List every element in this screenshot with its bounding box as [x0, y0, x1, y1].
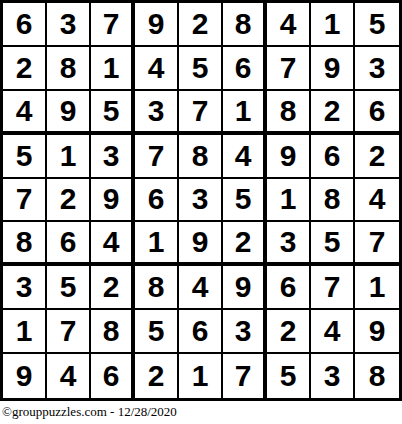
cell-r2c9: 3	[355, 47, 399, 91]
cell-r3c3: 5	[91, 91, 135, 135]
cell-r9c5: 1	[179, 354, 223, 398]
cell-r8c1: 1	[3, 310, 47, 354]
cell-r1c7: 4	[267, 3, 311, 47]
cell-r3c8: 2	[311, 91, 355, 135]
cell-r1c6: 8	[223, 3, 267, 47]
cell-r7c4: 8	[135, 266, 179, 310]
cell-r5c1: 7	[3, 179, 47, 223]
cell-r3c4: 3	[135, 91, 179, 135]
cell-r7c2: 5	[47, 266, 91, 310]
cell-r4c1: 5	[3, 135, 47, 179]
cell-r8c2: 7	[47, 310, 91, 354]
cell-r2c8: 9	[311, 47, 355, 91]
cell-r2c4: 4	[135, 47, 179, 91]
cell-r4c7: 9	[267, 135, 311, 179]
cell-r8c8: 4	[311, 310, 355, 354]
cell-r1c5: 2	[179, 3, 223, 47]
cell-r9c2: 4	[47, 354, 91, 398]
cell-r8c3: 8	[91, 310, 135, 354]
cell-r8c6: 3	[223, 310, 267, 354]
cell-r2c1: 2	[3, 47, 47, 91]
cell-r2c5: 5	[179, 47, 223, 91]
cell-r9c9: 8	[355, 354, 399, 398]
cell-r7c6: 9	[223, 266, 267, 310]
cell-r6c4: 1	[135, 222, 179, 266]
cell-r9c8: 3	[311, 354, 355, 398]
cell-r5c6: 5	[223, 179, 267, 223]
cell-r3c7: 8	[267, 91, 311, 135]
cell-r3c1: 4	[3, 91, 47, 135]
cell-r4c5: 8	[179, 135, 223, 179]
cell-r1c4: 9	[135, 3, 179, 47]
cell-r4c8: 6	[311, 135, 355, 179]
cell-r7c9: 1	[355, 266, 399, 310]
cell-r7c7: 6	[267, 266, 311, 310]
cell-r9c7: 5	[267, 354, 311, 398]
cell-r8c7: 2	[267, 310, 311, 354]
cell-r6c2: 6	[47, 222, 91, 266]
cell-r4c6: 4	[223, 135, 267, 179]
cell-r4c9: 2	[355, 135, 399, 179]
cell-r8c4: 5	[135, 310, 179, 354]
cell-r6c1: 8	[3, 222, 47, 266]
cell-r5c3: 9	[91, 179, 135, 223]
cell-r4c4: 7	[135, 135, 179, 179]
cell-r5c8: 8	[311, 179, 355, 223]
cell-r1c8: 1	[311, 3, 355, 47]
copyright-credit: ©grouppuzzles.com - 12/28/2020	[2, 404, 177, 420]
cell-r5c7: 1	[267, 179, 311, 223]
cell-r5c2: 2	[47, 179, 91, 223]
cell-r2c7: 7	[267, 47, 311, 91]
cell-r3c2: 9	[47, 91, 91, 135]
cell-r6c9: 7	[355, 222, 399, 266]
cell-r7c3: 2	[91, 266, 135, 310]
cell-r8c9: 9	[355, 310, 399, 354]
cell-r3c5: 7	[179, 91, 223, 135]
cell-r1c9: 5	[355, 3, 399, 47]
cell-r9c4: 2	[135, 354, 179, 398]
cell-r6c6: 2	[223, 222, 267, 266]
cell-r5c4: 6	[135, 179, 179, 223]
cell-r9c1: 9	[3, 354, 47, 398]
cell-r7c5: 4	[179, 266, 223, 310]
cell-r7c1: 3	[3, 266, 47, 310]
cell-r5c5: 3	[179, 179, 223, 223]
cell-r6c7: 3	[267, 222, 311, 266]
cell-r4c3: 3	[91, 135, 135, 179]
cell-r3c6: 1	[223, 91, 267, 135]
cell-r8c5: 6	[179, 310, 223, 354]
cell-r1c3: 7	[91, 3, 135, 47]
cell-r1c2: 3	[47, 3, 91, 47]
cell-r1c1: 6	[3, 3, 47, 47]
cell-r9c3: 6	[91, 354, 135, 398]
cell-r9c6: 7	[223, 354, 267, 398]
cell-r6c3: 4	[91, 222, 135, 266]
sudoku-board: 6 3 7 9 2 8 4 1 5 2 8 1 4 5 6 7 9 3 4 9 …	[0, 0, 402, 401]
cell-r2c2: 8	[47, 47, 91, 91]
cell-r7c8: 7	[311, 266, 355, 310]
cell-r4c2: 1	[47, 135, 91, 179]
cell-r6c5: 9	[179, 222, 223, 266]
cell-r5c9: 4	[355, 179, 399, 223]
cell-r3c9: 6	[355, 91, 399, 135]
cell-r6c8: 5	[311, 222, 355, 266]
cell-r2c3: 1	[91, 47, 135, 91]
cell-r2c6: 6	[223, 47, 267, 91]
